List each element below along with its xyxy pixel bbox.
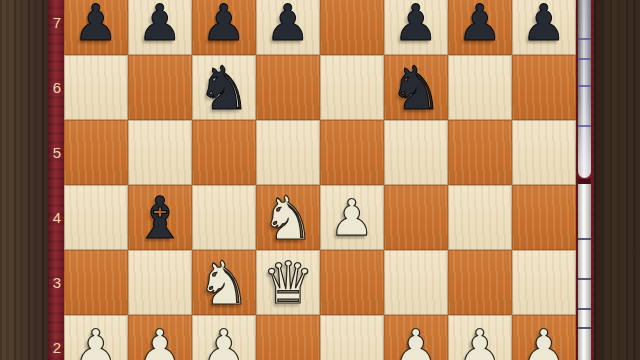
rank-label-3: 3 <box>49 273 61 293</box>
piece-white-knight[interactable]: ♞ <box>256 185 320 250</box>
eval-thermometer <box>577 0 591 360</box>
square-e7[interactable] <box>320 0 384 55</box>
square-b2[interactable]: ♟ <box>128 315 192 360</box>
square-d6[interactable] <box>256 55 320 120</box>
square-d4[interactable]: ♞ <box>256 185 320 250</box>
eval-gauge-tick <box>578 308 591 310</box>
square-a3[interactable] <box>64 250 128 315</box>
eval-gauge-tick <box>578 58 591 60</box>
square-e5[interactable] <box>320 120 384 185</box>
square-f7[interactable]: ♟ <box>384 0 448 55</box>
square-g4[interactable] <box>448 185 512 250</box>
piece-black-pawn[interactable]: ♟ <box>192 0 256 55</box>
square-c5[interactable] <box>192 120 256 185</box>
table-wood-left <box>0 0 48 360</box>
square-e4[interactable]: ♟ <box>320 185 384 250</box>
eval-gauge-tick <box>578 85 591 87</box>
square-g7[interactable]: ♟ <box>448 0 512 55</box>
piece-white-queen[interactable]: ♛ <box>256 250 320 315</box>
piece-black-pawn[interactable]: ♟ <box>64 0 128 55</box>
square-d5[interactable] <box>256 120 320 185</box>
square-f5[interactable] <box>384 120 448 185</box>
square-c3[interactable]: ♞ <box>192 250 256 315</box>
square-f3[interactable] <box>384 250 448 315</box>
square-b3[interactable] <box>128 250 192 315</box>
square-e6[interactable] <box>320 55 384 120</box>
square-a5[interactable] <box>64 120 128 185</box>
square-g5[interactable] <box>448 120 512 185</box>
piece-white-pawn[interactable]: ♟ <box>128 315 192 360</box>
square-d7[interactable]: ♟ <box>256 0 320 55</box>
piece-white-pawn[interactable]: ♟ <box>512 315 576 360</box>
piece-black-pawn[interactable]: ♟ <box>512 0 576 55</box>
board-frame-left: 765432 <box>48 0 64 360</box>
rank-label-4: 4 <box>49 208 61 228</box>
eval-gauge-white-half <box>578 184 591 360</box>
piece-black-knight[interactable]: ♞ <box>384 55 448 120</box>
square-c4[interactable] <box>192 185 256 250</box>
square-b6[interactable] <box>128 55 192 120</box>
square-b5[interactable] <box>128 120 192 185</box>
square-a7[interactable]: ♟ <box>64 0 128 55</box>
piece-black-bishop[interactable]: ♝ <box>128 185 192 250</box>
piece-black-pawn[interactable]: ♟ <box>128 0 192 55</box>
eval-gauge-black-half <box>578 0 591 178</box>
eval-gauge-tick <box>578 38 591 40</box>
square-c2[interactable]: ♟ <box>192 315 256 360</box>
rank-label-5: 5 <box>49 143 61 163</box>
square-e3[interactable] <box>320 250 384 315</box>
piece-white-pawn[interactable]: ♟ <box>192 315 256 360</box>
square-a6[interactable] <box>64 55 128 120</box>
square-d2[interactable] <box>256 315 320 360</box>
square-h4[interactable] <box>512 185 576 250</box>
square-f6[interactable]: ♞ <box>384 55 448 120</box>
square-h2[interactable]: ♟ <box>512 315 576 360</box>
square-h5[interactable] <box>512 120 576 185</box>
square-g6[interactable] <box>448 55 512 120</box>
eval-gauge-tick <box>578 238 591 240</box>
square-h3[interactable] <box>512 250 576 315</box>
square-h7[interactable]: ♟ <box>512 0 576 55</box>
piece-black-pawn[interactable]: ♟ <box>256 0 320 55</box>
square-b4[interactable]: ♝ <box>128 185 192 250</box>
piece-white-pawn[interactable]: ♟ <box>448 315 512 360</box>
rank-label-7: 7 <box>49 13 61 33</box>
chess-app-window: 765432 ♟♟♟♟♟♟♟♞♞♝♞♟♞♛♟♟♟♟♟♟ <box>0 0 640 360</box>
piece-black-pawn[interactable]: ♟ <box>448 0 512 55</box>
square-a4[interactable] <box>64 185 128 250</box>
rank-label-2: 2 <box>49 338 61 358</box>
piece-white-pawn[interactable]: ♟ <box>64 315 128 360</box>
square-f2[interactable]: ♟ <box>384 315 448 360</box>
piece-white-pawn[interactable]: ♟ <box>320 185 384 250</box>
square-d3[interactable]: ♛ <box>256 250 320 315</box>
eval-gauge-tick <box>578 327 591 329</box>
square-f4[interactable] <box>384 185 448 250</box>
square-b7[interactable]: ♟ <box>128 0 192 55</box>
piece-white-knight[interactable]: ♞ <box>192 250 256 315</box>
eval-gauge-tick <box>578 278 591 280</box>
rank-label-6: 6 <box>49 78 61 98</box>
square-h6[interactable] <box>512 55 576 120</box>
square-c6[interactable]: ♞ <box>192 55 256 120</box>
eval-gauge-tick <box>578 125 591 127</box>
square-a2[interactable]: ♟ <box>64 315 128 360</box>
piece-black-knight[interactable]: ♞ <box>192 55 256 120</box>
piece-black-pawn[interactable]: ♟ <box>384 0 448 55</box>
piece-white-pawn[interactable]: ♟ <box>384 315 448 360</box>
square-c7[interactable]: ♟ <box>192 0 256 55</box>
table-wood-right <box>594 0 640 360</box>
square-g3[interactable] <box>448 250 512 315</box>
square-g2[interactable]: ♟ <box>448 315 512 360</box>
square-e2[interactable] <box>320 315 384 360</box>
chess-board[interactable]: ♟♟♟♟♟♟♟♞♞♝♞♟♞♛♟♟♟♟♟♟ <box>64 0 576 360</box>
